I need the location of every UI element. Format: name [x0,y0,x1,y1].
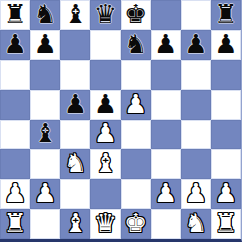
square-h1[interactable]: ♜ [211,209,241,239]
square-b2[interactable]: ♟ [30,179,60,209]
square-c3[interactable]: ♞ [60,149,90,179]
piece-black-rook: ♜ [3,1,26,27]
square-b1[interactable] [30,209,60,239]
piece-black-pawn: ♟ [184,31,207,57]
piece-white-pawn: ♟ [34,180,57,206]
square-d3[interactable]: ♝ [90,149,120,179]
piece-white-bishop: ♝ [64,210,87,236]
square-a4[interactable] [0,120,30,150]
piece-black-bishop: ♝ [64,1,87,27]
piece-white-pawn: ♟ [124,91,147,117]
square-a8[interactable]: ♜ [0,0,30,30]
square-e3[interactable] [121,149,151,179]
piece-white-rook: ♜ [214,210,237,236]
square-a2[interactable]: ♟ [0,179,30,209]
piece-white-knight: ♞ [64,150,87,176]
square-d6[interactable] [90,60,120,90]
piece-white-rook: ♜ [3,210,26,236]
piece-white-queen: ♛ [94,210,117,236]
square-e5[interactable]: ♟ [121,90,151,120]
chess-board-container: ♜♞♝♛♚♜♟♟♞♟♟♟♟♟♟♝♟♞♝♟♟♟♟♟♜♝♛♚♞♜ [0,0,242,242]
square-a7[interactable]: ♟ [0,30,30,60]
square-h8[interactable]: ♜ [211,0,241,30]
square-a6[interactable] [0,60,30,90]
square-g5[interactable] [181,90,211,120]
square-e6[interactable] [121,60,151,90]
square-e8[interactable]: ♚ [121,0,151,30]
square-d4[interactable]: ♟ [90,120,120,150]
piece-black-pawn: ♟ [64,91,87,117]
square-h5[interactable] [211,90,241,120]
square-g1[interactable]: ♞ [181,209,211,239]
chess-board: ♜♞♝♛♚♜♟♟♞♟♟♟♟♟♟♝♟♞♝♟♟♟♟♟♜♝♛♚♞♜ [0,0,242,242]
square-b4[interactable]: ♝ [30,120,60,150]
square-f3[interactable] [151,149,181,179]
piece-black-rook: ♜ [214,1,237,27]
square-f5[interactable] [151,90,181,120]
square-b6[interactable] [30,60,60,90]
square-c1[interactable]: ♝ [60,209,90,239]
square-f6[interactable] [151,60,181,90]
square-h3[interactable] [211,149,241,179]
piece-black-pawn: ♟ [3,31,26,57]
square-d2[interactable] [90,179,120,209]
piece-white-pawn: ♟ [154,180,177,206]
square-e7[interactable]: ♞ [121,30,151,60]
square-h6[interactable] [211,60,241,90]
square-g8[interactable] [181,0,211,30]
piece-black-king: ♚ [124,1,147,27]
piece-white-king: ♚ [124,210,147,236]
square-g7[interactable]: ♟ [181,30,211,60]
square-f8[interactable] [151,0,181,30]
square-b3[interactable] [30,149,60,179]
square-g6[interactable] [181,60,211,90]
square-g4[interactable] [181,120,211,150]
square-c8[interactable]: ♝ [60,0,90,30]
square-h7[interactable]: ♟ [211,30,241,60]
piece-black-pawn: ♟ [34,31,57,57]
square-d7[interactable] [90,30,120,60]
square-b8[interactable]: ♞ [30,0,60,30]
square-e1[interactable]: ♚ [121,209,151,239]
piece-white-bishop: ♝ [94,150,117,176]
square-c2[interactable] [60,179,90,209]
piece-black-queen: ♛ [94,1,117,27]
piece-white-pawn: ♟ [184,180,207,206]
piece-black-knight: ♞ [34,1,57,27]
piece-white-pawn: ♟ [214,180,237,206]
piece-white-pawn: ♟ [3,180,26,206]
piece-black-knight: ♞ [124,31,147,57]
square-c6[interactable] [60,60,90,90]
square-c7[interactable] [60,30,90,60]
square-g3[interactable] [181,149,211,179]
piece-black-bishop: ♝ [34,120,57,146]
square-c4[interactable] [60,120,90,150]
square-a1[interactable]: ♜ [0,209,30,239]
square-a3[interactable] [0,149,30,179]
square-c5[interactable]: ♟ [60,90,90,120]
piece-black-pawn: ♟ [214,31,237,57]
square-b7[interactable]: ♟ [30,30,60,60]
square-d8[interactable]: ♛ [90,0,120,30]
square-a5[interactable] [0,90,30,120]
square-f4[interactable] [151,120,181,150]
square-h4[interactable] [211,120,241,150]
square-g2[interactable]: ♟ [181,179,211,209]
square-b5[interactable] [30,90,60,120]
square-e2[interactable] [121,179,151,209]
piece-white-pawn: ♟ [94,120,117,146]
square-f1[interactable] [151,209,181,239]
piece-black-pawn: ♟ [154,31,177,57]
piece-white-knight: ♞ [184,210,207,236]
square-f2[interactable]: ♟ [151,179,181,209]
square-h2[interactable]: ♟ [211,179,241,209]
piece-black-pawn: ♟ [94,91,117,117]
square-d5[interactable]: ♟ [90,90,120,120]
square-d1[interactable]: ♛ [90,209,120,239]
square-f7[interactable]: ♟ [151,30,181,60]
square-e4[interactable] [121,120,151,150]
